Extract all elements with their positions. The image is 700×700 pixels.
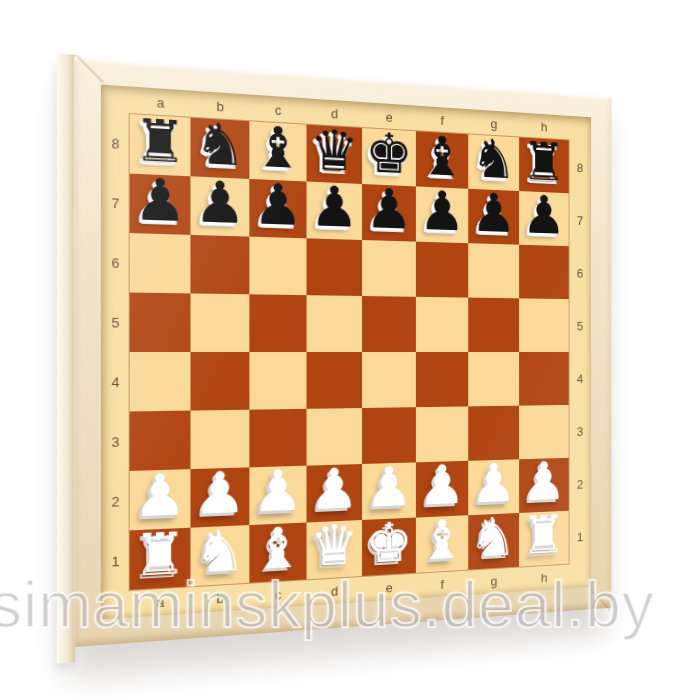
wooden-frame: abcdefgh abcdefgh 87654321 87654321 ♜♞♝♛… — [74, 57, 612, 647]
rank-label-right-4: 4 — [569, 352, 592, 405]
piece-black-p-g7[interactable]: ♟ — [468, 182, 519, 244]
demo-chess-board: abcdefgh abcdefgh 87654321 87654321 ♜♞♝♛… — [74, 57, 612, 647]
piece-black-p-f7[interactable]: ♟ — [416, 180, 468, 243]
chess-grid: ♜♞♝♛♚♝♞♜♟♟♟♟♟♟♟♟♟♟♟♟♟♟♟♟♜♞♝♛♚♝♞♜ — [130, 114, 569, 590]
square-g5[interactable] — [468, 298, 519, 352]
square-c4[interactable] — [249, 352, 306, 410]
square-f1[interactable]: ♝ — [416, 515, 468, 573]
square-c7[interactable]: ♟ — [249, 179, 306, 238]
rank-label-right-7: 7 — [569, 193, 592, 247]
square-g4[interactable] — [468, 352, 519, 406]
square-f6[interactable] — [416, 242, 468, 298]
square-a6[interactable] — [130, 233, 191, 293]
rank-label-right-1: 1 — [569, 510, 592, 564]
square-f7[interactable]: ♟ — [416, 186, 468, 243]
rank-labels-left: 87654321 — [101, 112, 130, 591]
square-h5[interactable] — [519, 298, 568, 352]
board-margin: abcdefgh abcdefgh 87654321 87654321 ♜♞♝♛… — [101, 85, 591, 620]
square-d5[interactable] — [307, 295, 362, 352]
square-f5[interactable] — [416, 297, 468, 352]
piece-white-r-h1[interactable]: ♜ — [519, 504, 568, 566]
square-b4[interactable] — [190, 352, 249, 411]
photo-background: abcdefgh abcdefgh 87654321 87654321 ♜♞♝♛… — [0, 0, 700, 700]
rank-label-right-2: 2 — [569, 457, 592, 511]
piece-white-b-f1[interactable]: ♝ — [416, 508, 468, 571]
square-g7[interactable]: ♟ — [468, 189, 519, 245]
square-e7[interactable]: ♟ — [362, 184, 416, 242]
rank-label-left-3: 3 — [101, 411, 130, 471]
square-h4[interactable] — [519, 352, 568, 406]
square-c6[interactable] — [249, 237, 306, 296]
rank-label-right-3: 3 — [569, 405, 592, 458]
square-b5[interactable] — [190, 293, 249, 352]
square-a5[interactable] — [130, 293, 191, 352]
square-g6[interactable] — [468, 243, 519, 298]
rank-label-left-5: 5 — [101, 292, 130, 352]
square-d4[interactable] — [307, 352, 362, 409]
rank-label-right-6: 6 — [569, 246, 592, 299]
square-e4[interactable] — [362, 352, 416, 408]
square-c5[interactable] — [249, 294, 306, 352]
piece-black-p-d7[interactable]: ♟ — [307, 174, 362, 239]
square-a7[interactable]: ♟ — [130, 174, 191, 235]
piece-black-p-e7[interactable]: ♟ — [362, 177, 416, 241]
rank-label-left-7: 7 — [101, 172, 130, 233]
rank-label-left-8: 8 — [101, 112, 130, 173]
rank-label-right-8: 8 — [569, 140, 592, 194]
square-e5[interactable] — [362, 296, 416, 352]
piece-black-p-c7[interactable]: ♟ — [249, 172, 306, 238]
square-h7[interactable]: ♟ — [519, 191, 568, 246]
rank-label-left-2: 2 — [101, 471, 130, 532]
rank-label-left-4: 4 — [101, 352, 130, 412]
piece-black-p-h7[interactable]: ♟ — [519, 184, 568, 245]
rank-label-right-5: 5 — [569, 299, 592, 352]
rank-label-left-6: 6 — [101, 232, 130, 292]
rank-labels-right: 87654321 — [569, 140, 592, 563]
square-a4[interactable] — [130, 352, 191, 411]
piece-white-n-g1[interactable]: ♞ — [468, 506, 519, 568]
square-e6[interactable] — [362, 240, 416, 297]
square-d7[interactable]: ♟ — [307, 182, 362, 240]
square-h6[interactable] — [519, 245, 568, 299]
piece-white-k-e1[interactable]: ♚ — [362, 511, 416, 575]
frame-mitre-joint — [75, 54, 104, 83]
square-f4[interactable] — [416, 352, 468, 407]
piece-black-p-a7[interactable]: ♟ — [130, 166, 191, 234]
shop-watermark: simaminskplus.deal.by — [0, 568, 700, 642]
square-b6[interactable] — [190, 235, 249, 294]
square-h1[interactable]: ♜ — [519, 511, 568, 567]
square-b7[interactable]: ♟ — [190, 176, 249, 236]
square-d6[interactable] — [307, 238, 362, 296]
piece-black-p-b7[interactable]: ♟ — [190, 169, 249, 236]
square-g1[interactable]: ♞ — [468, 513, 519, 570]
